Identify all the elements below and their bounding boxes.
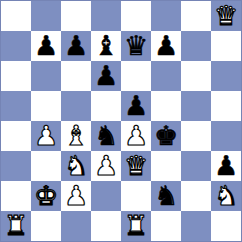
square-b8[interactable] bbox=[31, 1, 61, 31]
square-g5[interactable] bbox=[181, 91, 211, 121]
square-d8[interactable] bbox=[91, 1, 121, 31]
square-b3[interactable] bbox=[31, 151, 61, 181]
white-pawn-b4[interactable]: ♟ bbox=[34, 121, 58, 151]
square-f5[interactable] bbox=[151, 91, 181, 121]
square-h4[interactable] bbox=[211, 121, 241, 151]
square-h3[interactable]: ♟ bbox=[211, 151, 241, 181]
square-g3[interactable] bbox=[181, 151, 211, 181]
square-g7[interactable] bbox=[181, 31, 211, 61]
square-a3[interactable] bbox=[1, 151, 31, 181]
square-d5[interactable] bbox=[91, 91, 121, 121]
square-c2[interactable]: ♟ bbox=[61, 181, 91, 211]
square-g1[interactable] bbox=[181, 211, 211, 241]
square-d3[interactable]: ♟ bbox=[91, 151, 121, 181]
square-a7[interactable] bbox=[1, 31, 31, 61]
chess-board-frame: ♛♟♟♝♛♟♟♟♟♝♞♟♚♞♟♛♟♚♟♞♞♜♜ bbox=[0, 0, 242, 242]
square-e3[interactable]: ♛ bbox=[121, 151, 151, 181]
square-h2[interactable]: ♞ bbox=[211, 181, 241, 211]
square-b1[interactable] bbox=[31, 211, 61, 241]
square-a2[interactable] bbox=[1, 181, 31, 211]
square-c5[interactable] bbox=[61, 91, 91, 121]
square-d2[interactable] bbox=[91, 181, 121, 211]
black-knight-f2[interactable]: ♞ bbox=[154, 181, 178, 211]
square-e2[interactable] bbox=[121, 181, 151, 211]
square-f4[interactable]: ♚ bbox=[151, 121, 181, 151]
black-knight-d4[interactable]: ♞ bbox=[94, 121, 118, 151]
square-e7[interactable]: ♛ bbox=[121, 31, 151, 61]
square-b4[interactable]: ♟ bbox=[31, 121, 61, 151]
square-c6[interactable] bbox=[61, 61, 91, 91]
square-f1[interactable] bbox=[151, 211, 181, 241]
square-a1[interactable]: ♜ bbox=[1, 211, 31, 241]
square-d7[interactable]: ♝ bbox=[91, 31, 121, 61]
square-c4[interactable]: ♝ bbox=[61, 121, 91, 151]
square-g2[interactable] bbox=[181, 181, 211, 211]
square-d4[interactable]: ♞ bbox=[91, 121, 121, 151]
square-f6[interactable] bbox=[151, 61, 181, 91]
white-knight-c3[interactable]: ♞ bbox=[64, 151, 88, 181]
square-b2[interactable]: ♚ bbox=[31, 181, 61, 211]
black-queen-e7[interactable]: ♛ bbox=[124, 31, 148, 61]
square-c1[interactable] bbox=[61, 211, 91, 241]
black-pawn-b7[interactable]: ♟ bbox=[34, 31, 58, 61]
square-c3[interactable]: ♞ bbox=[61, 151, 91, 181]
square-b6[interactable] bbox=[31, 61, 61, 91]
square-g4[interactable] bbox=[181, 121, 211, 151]
square-g8[interactable] bbox=[181, 1, 211, 31]
white-pawn-e4[interactable]: ♟ bbox=[124, 121, 148, 151]
black-pawn-f7[interactable]: ♟ bbox=[154, 31, 178, 61]
square-f3[interactable] bbox=[151, 151, 181, 181]
white-bishop-c4[interactable]: ♝ bbox=[64, 121, 88, 151]
black-pawn-c7[interactable]: ♟ bbox=[64, 31, 88, 61]
square-f8[interactable] bbox=[151, 1, 181, 31]
square-a6[interactable] bbox=[1, 61, 31, 91]
square-g6[interactable] bbox=[181, 61, 211, 91]
square-h8[interactable]: ♛ bbox=[211, 1, 241, 31]
square-e5[interactable]: ♟ bbox=[121, 91, 151, 121]
square-f2[interactable]: ♞ bbox=[151, 181, 181, 211]
square-f7[interactable]: ♟ bbox=[151, 31, 181, 61]
square-h6[interactable] bbox=[211, 61, 241, 91]
square-a5[interactable] bbox=[1, 91, 31, 121]
square-e1[interactable]: ♜ bbox=[121, 211, 151, 241]
square-h5[interactable] bbox=[211, 91, 241, 121]
square-c7[interactable]: ♟ bbox=[61, 31, 91, 61]
square-b7[interactable]: ♟ bbox=[31, 31, 61, 61]
black-pawn-d6[interactable]: ♟ bbox=[94, 61, 118, 91]
black-bishop-d7[interactable]: ♝ bbox=[94, 31, 118, 61]
square-b5[interactable] bbox=[31, 91, 61, 121]
square-e8[interactable] bbox=[121, 1, 151, 31]
square-d6[interactable]: ♟ bbox=[91, 61, 121, 91]
white-rook-a1[interactable]: ♜ bbox=[4, 211, 28, 241]
square-e6[interactable] bbox=[121, 61, 151, 91]
square-h1[interactable] bbox=[211, 211, 241, 241]
square-a8[interactable] bbox=[1, 1, 31, 31]
white-queen-e3[interactable]: ♛ bbox=[124, 151, 148, 181]
black-pawn-e5[interactable]: ♟ bbox=[124, 91, 148, 121]
white-queen-h8[interactable]: ♛ bbox=[214, 1, 238, 31]
square-h7[interactable] bbox=[211, 31, 241, 61]
chess-board: ♛♟♟♝♛♟♟♟♟♝♞♟♚♞♟♛♟♚♟♞♞♜♜ bbox=[1, 1, 241, 241]
black-pawn-h3[interactable]: ♟ bbox=[214, 151, 238, 181]
black-king-f4[interactable]: ♚ bbox=[154, 121, 178, 151]
white-king-b2[interactable]: ♚ bbox=[34, 181, 58, 211]
white-rook-e1[interactable]: ♜ bbox=[124, 211, 148, 241]
square-e4[interactable]: ♟ bbox=[121, 121, 151, 151]
white-knight-h2[interactable]: ♞ bbox=[214, 181, 238, 211]
square-d1[interactable] bbox=[91, 211, 121, 241]
white-pawn-d3[interactable]: ♟ bbox=[94, 151, 118, 181]
square-a4[interactable] bbox=[1, 121, 31, 151]
white-pawn-c2[interactable]: ♟ bbox=[64, 181, 88, 211]
square-c8[interactable] bbox=[61, 1, 91, 31]
